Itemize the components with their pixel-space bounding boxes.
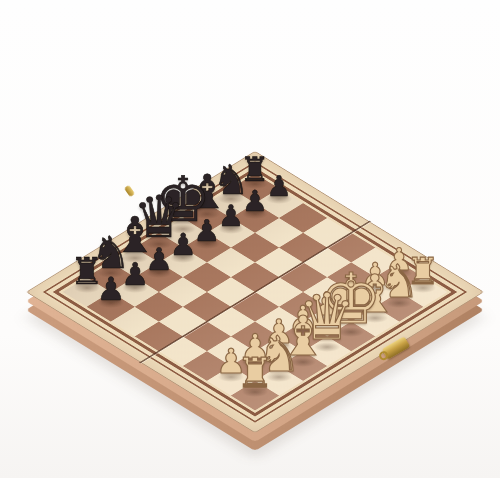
back-clasp-hook (124, 185, 135, 197)
chess-board (26, 151, 484, 433)
chess-set-photo: ♜♞♝♛♚♝♞♜♟♟♟♟♟♟♟♟♟♟♟♟♟♟♟♟♜♞♝♛♚♝♞♜ (0, 0, 500, 478)
